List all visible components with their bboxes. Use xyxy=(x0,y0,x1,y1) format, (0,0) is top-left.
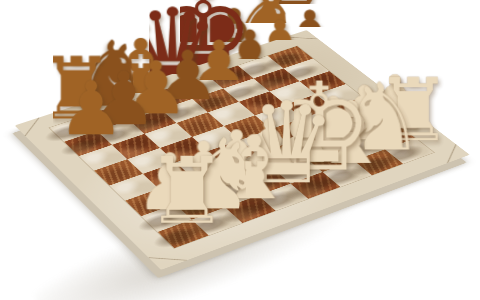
chess-board: ♜♞♝♛♚♝♞♜♟♟♟♟♟♟♟♟♟♟♟♟♟♟♟♟♜♞♝♛♚♝♞♜ xyxy=(15,30,470,270)
piece-white-rook-a1: ♜ xyxy=(160,98,211,237)
piece-glyph: ♜ xyxy=(145,145,227,237)
scene: ♜♞♝♛♚♝♞♜♟♟♟♟♟♟♟♟♟♟♟♟♟♟♟♟♜♞♝♛♚♝♞♜ xyxy=(0,0,480,300)
pieces: ♜♞♝♛♚♝♞♜♟♟♟♟♟♟♟♟♟♟♟♟♟♟♟♟♜♞♝♛♚♝♞♜ xyxy=(15,30,470,270)
piece-brown-pawn-a7: ♟ xyxy=(66,15,114,146)
piece-glyph: ♟ xyxy=(57,71,124,145)
chess-set-photo: ♜♞♝♛♚♝♞♜♟♟♟♟♟♟♟♟♟♟♟♟♟♟♟♟♜♞♝♛♚♝♞♜ xyxy=(0,0,480,300)
